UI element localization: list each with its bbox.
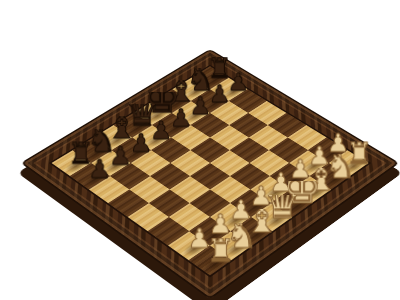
black-pawn-a7[interactable]: ♟ — [85, 154, 113, 182]
chess-scene: ♜♞♝♛♚♝♞♜♟♟♟♟♟♟♟♟♟♟♟♟♟♟♟♟♜♞♝♛♚♝♞♜ — [0, 0, 400, 300]
board-frame: ♜♞♝♛♚♝♞♜♟♟♟♟♟♟♟♟♟♟♟♟♟♟♟♟♜♞♝♛♚♝♞♜ — [20, 49, 399, 300]
white-rook-a1[interactable]: ♜ — [206, 238, 236, 268]
board-grid: ♜♞♝♛♚♝♞♜♟♟♟♟♟♟♟♟♟♟♟♟♟♟♟♟♜♞♝♛♚♝♞♜ — [52, 66, 369, 275]
board-3d: ♜♞♝♛♚♝♞♜♟♟♟♟♟♟♟♟♟♟♟♟♟♟♟♟♜♞♝♛♚♝♞♜ — [20, 49, 399, 300]
